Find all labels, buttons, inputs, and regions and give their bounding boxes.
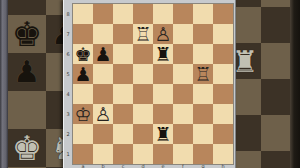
square-f3[interactable] bbox=[173, 104, 193, 124]
square-g3[interactable] bbox=[193, 104, 213, 124]
black-rook[interactable]: ♜ bbox=[154, 45, 171, 64]
square-h3[interactable] bbox=[213, 104, 233, 124]
rank-label-5: 5 bbox=[64, 64, 72, 84]
white-rook[interactable]: ♖ bbox=[134, 25, 151, 44]
background-coordinate-gutter bbox=[0, 0, 8, 168]
square-f5[interactable] bbox=[173, 64, 193, 84]
square-c5[interactable] bbox=[113, 64, 133, 84]
square-a8[interactable] bbox=[73, 4, 93, 24]
square-d4[interactable] bbox=[133, 84, 153, 104]
rank-label-6: 6 bbox=[64, 44, 72, 64]
background-white-king: ♚ bbox=[8, 129, 46, 167]
background-black-king: ♚ bbox=[8, 15, 46, 53]
black-king[interactable]: ♚ bbox=[74, 45, 91, 64]
white-pawn[interactable]: ♙ bbox=[94, 105, 111, 124]
square-b2[interactable] bbox=[93, 124, 113, 144]
square-b6[interactable]: ♟ bbox=[93, 44, 113, 64]
background-square bbox=[261, 115, 290, 151]
square-d7[interactable]: ♖ bbox=[133, 24, 153, 44]
square-b3[interactable]: ♙ bbox=[93, 104, 113, 124]
screenshot-root: ♚♟♟♚♞ ♜ 87654321 abcdefgh ♖♙♚♟♜♟♖♔♙♜ bbox=[0, 0, 300, 168]
background-board-right-border bbox=[290, 0, 300, 168]
square-f1[interactable] bbox=[173, 144, 193, 164]
rank-label-3: 3 bbox=[64, 104, 72, 124]
background-square bbox=[234, 151, 261, 168]
square-a5[interactable]: ♟ bbox=[73, 64, 93, 84]
background-square bbox=[261, 43, 290, 79]
background-square bbox=[261, 79, 290, 115]
white-pawn[interactable]: ♙ bbox=[154, 25, 171, 44]
square-d8[interactable] bbox=[133, 4, 153, 24]
square-c1[interactable] bbox=[113, 144, 133, 164]
square-b4[interactable] bbox=[93, 84, 113, 104]
square-h7[interactable] bbox=[213, 24, 233, 44]
background-square bbox=[234, 7, 261, 43]
square-e7[interactable]: ♙ bbox=[153, 24, 173, 44]
background-white-rook: ♜ bbox=[234, 43, 264, 81]
file-label-f: f bbox=[173, 164, 193, 168]
black-pawn[interactable]: ♟ bbox=[94, 45, 111, 64]
file-label-e: e bbox=[153, 164, 173, 168]
file-label-d: d bbox=[133, 164, 153, 168]
background-square bbox=[46, 53, 63, 91]
rank-label-1: 1 bbox=[64, 144, 72, 164]
file-label-c: c bbox=[113, 164, 133, 168]
square-h6[interactable] bbox=[213, 44, 233, 64]
white-king[interactable]: ♔ bbox=[74, 105, 91, 124]
black-rook[interactable]: ♜ bbox=[154, 125, 171, 144]
square-g6[interactable] bbox=[193, 44, 213, 64]
square-b8[interactable] bbox=[93, 4, 113, 24]
background-white-knight-partial: ♞ bbox=[46, 129, 63, 167]
square-g8[interactable] bbox=[193, 4, 213, 24]
background-square bbox=[46, 0, 63, 15]
file-label-b: b bbox=[93, 164, 113, 168]
square-f4[interactable] bbox=[173, 84, 193, 104]
square-b1[interactable] bbox=[93, 144, 113, 164]
background-square bbox=[46, 91, 63, 129]
file-label-h: h bbox=[213, 164, 233, 168]
background-square bbox=[46, 167, 63, 168]
white-rook[interactable]: ♖ bbox=[194, 65, 211, 84]
square-d1[interactable] bbox=[133, 144, 153, 164]
file-label-g: g bbox=[193, 164, 213, 168]
square-e6[interactable]: ♜ bbox=[153, 44, 173, 64]
rank-label-8: 8 bbox=[64, 4, 72, 24]
background-square bbox=[261, 0, 290, 7]
square-c8[interactable] bbox=[113, 4, 133, 24]
square-a4[interactable] bbox=[73, 84, 93, 104]
square-b7[interactable] bbox=[93, 24, 113, 44]
board-window: 87654321 abcdefgh ♖♙♚♟♜♟♖♔♙♜ bbox=[63, 0, 236, 168]
square-a7[interactable] bbox=[73, 24, 93, 44]
square-g4[interactable] bbox=[193, 84, 213, 104]
square-e1[interactable] bbox=[153, 144, 173, 164]
square-c2[interactable] bbox=[113, 124, 133, 144]
rank-label-7: 7 bbox=[64, 24, 72, 44]
square-a2[interactable] bbox=[73, 124, 93, 144]
square-e2[interactable]: ♜ bbox=[153, 124, 173, 144]
background-square bbox=[8, 91, 46, 129]
square-h2[interactable] bbox=[213, 124, 233, 144]
background-black-pawn-partial: ♟ bbox=[46, 15, 63, 53]
square-f8[interactable] bbox=[173, 4, 193, 24]
square-g5[interactable]: ♖ bbox=[193, 64, 213, 84]
square-f2[interactable] bbox=[173, 124, 193, 144]
square-g1[interactable] bbox=[193, 144, 213, 164]
square-f7[interactable] bbox=[173, 24, 193, 44]
square-g7[interactable] bbox=[193, 24, 213, 44]
background-square bbox=[234, 0, 261, 7]
file-label-a: a bbox=[73, 164, 93, 168]
square-d3[interactable] bbox=[133, 104, 153, 124]
background-square bbox=[234, 79, 261, 115]
background-square bbox=[261, 151, 290, 168]
square-b5[interactable] bbox=[93, 64, 113, 84]
square-g2[interactable] bbox=[193, 124, 213, 144]
square-a3[interactable]: ♔ bbox=[73, 104, 93, 124]
rank-label-4: 4 bbox=[64, 84, 72, 104]
square-e4[interactable] bbox=[153, 84, 173, 104]
chess-board: ♖♙♚♟♜♟♖♔♙♜ bbox=[73, 4, 233, 164]
square-h1[interactable] bbox=[213, 144, 233, 164]
square-e5[interactable] bbox=[153, 64, 173, 84]
background-square bbox=[8, 0, 46, 15]
square-a6[interactable]: ♚ bbox=[73, 44, 93, 64]
background-square bbox=[261, 7, 290, 43]
square-d5[interactable] bbox=[133, 64, 153, 84]
square-c4[interactable] bbox=[113, 84, 133, 104]
square-e3[interactable] bbox=[153, 104, 173, 124]
square-e8[interactable] bbox=[153, 4, 173, 24]
square-c3[interactable] bbox=[113, 104, 133, 124]
square-h8[interactable] bbox=[213, 4, 233, 24]
rank-label-2: 2 bbox=[64, 124, 72, 144]
square-c7[interactable] bbox=[113, 24, 133, 44]
background-square bbox=[234, 115, 261, 151]
square-h5[interactable] bbox=[213, 64, 233, 84]
square-d2[interactable] bbox=[133, 124, 153, 144]
square-c6[interactable] bbox=[113, 44, 133, 64]
background-board-right: ♜ bbox=[234, 0, 300, 168]
square-d6[interactable] bbox=[133, 44, 153, 64]
black-pawn[interactable]: ♟ bbox=[74, 65, 91, 84]
background-board-left: ♚♟♟♚♞ bbox=[0, 0, 63, 168]
square-f6[interactable] bbox=[173, 44, 193, 64]
square-h4[interactable] bbox=[213, 84, 233, 104]
square-a1[interactable] bbox=[73, 144, 93, 164]
background-black-pawn: ♟ bbox=[8, 53, 46, 91]
